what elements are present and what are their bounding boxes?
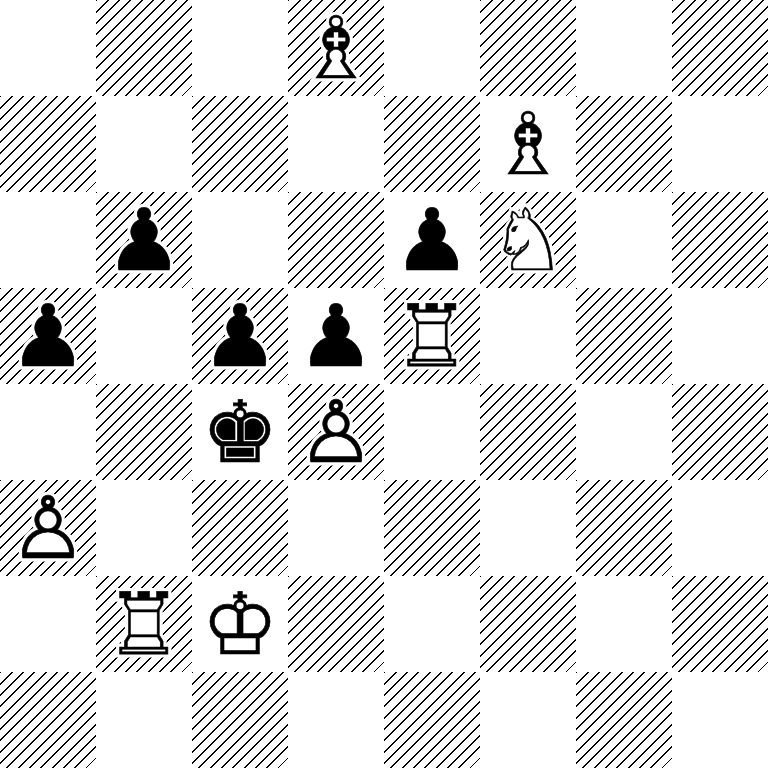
square-b6[interactable]: ♟♟ xyxy=(96,192,192,288)
square-a3[interactable]: ♟♙ xyxy=(0,480,96,576)
black-pawn-glyph: ♟ xyxy=(384,192,480,288)
black-king-glyph: ♚ xyxy=(192,384,288,480)
square-h4[interactable] xyxy=(672,384,768,480)
square-c3[interactable] xyxy=(192,480,288,576)
square-d6[interactable] xyxy=(288,192,384,288)
square-g1[interactable] xyxy=(576,672,672,768)
square-g7[interactable] xyxy=(576,96,672,192)
square-h6[interactable] xyxy=(672,192,768,288)
square-d5[interactable]: ♟♟ xyxy=(288,288,384,384)
chess-diagram: ♝♗♝♗♟♟♟♟♞♘♟♟♟♟♟♟♜♖♚♚♟♙♟♙♜♖♚♔ xyxy=(0,0,768,768)
black-pawn[interactable]: ♟♟ xyxy=(288,288,384,384)
square-b4[interactable] xyxy=(96,384,192,480)
black-pawn-glyph: ♟ xyxy=(192,288,288,384)
square-d2[interactable] xyxy=(288,576,384,672)
square-f8[interactable] xyxy=(480,0,576,96)
square-a2[interactable] xyxy=(0,576,96,672)
square-f2[interactable] xyxy=(480,576,576,672)
square-c4[interactable]: ♚♚ xyxy=(192,384,288,480)
square-d1[interactable] xyxy=(288,672,384,768)
square-f3[interactable] xyxy=(480,480,576,576)
chess-board: ♝♗♝♗♟♟♟♟♞♘♟♟♟♟♟♟♜♖♚♚♟♙♟♙♜♖♚♔ xyxy=(0,0,768,768)
square-h3[interactable] xyxy=(672,480,768,576)
white-rook-glyph: ♖ xyxy=(384,288,480,384)
square-d3[interactable] xyxy=(288,480,384,576)
white-king-glyph: ♔ xyxy=(192,576,288,672)
white-bishop[interactable]: ♝♗ xyxy=(480,96,576,192)
white-knight-glyph: ♘ xyxy=(480,192,576,288)
square-f5[interactable] xyxy=(480,288,576,384)
square-b1[interactable] xyxy=(96,672,192,768)
white-bishop[interactable]: ♝♗ xyxy=(288,0,384,96)
square-a6[interactable] xyxy=(0,192,96,288)
square-a1[interactable] xyxy=(0,672,96,768)
square-a4[interactable] xyxy=(0,384,96,480)
square-g6[interactable] xyxy=(576,192,672,288)
square-h7[interactable] xyxy=(672,96,768,192)
square-b2[interactable]: ♜♖ xyxy=(96,576,192,672)
square-e7[interactable] xyxy=(384,96,480,192)
square-c6[interactable] xyxy=(192,192,288,288)
square-f7[interactable]: ♝♗ xyxy=(480,96,576,192)
black-pawn[interactable]: ♟♟ xyxy=(0,288,96,384)
white-rook[interactable]: ♜♖ xyxy=(384,288,480,384)
square-f1[interactable] xyxy=(480,672,576,768)
square-a7[interactable] xyxy=(0,96,96,192)
white-rook-glyph: ♖ xyxy=(96,576,192,672)
square-f4[interactable] xyxy=(480,384,576,480)
square-e5[interactable]: ♜♖ xyxy=(384,288,480,384)
square-c1[interactable] xyxy=(192,672,288,768)
square-h8[interactable] xyxy=(672,0,768,96)
square-b5[interactable] xyxy=(96,288,192,384)
square-h2[interactable] xyxy=(672,576,768,672)
square-e4[interactable] xyxy=(384,384,480,480)
square-a8[interactable] xyxy=(0,0,96,96)
black-pawn[interactable]: ♟♟ xyxy=(192,288,288,384)
square-g4[interactable] xyxy=(576,384,672,480)
square-c2[interactable]: ♚♔ xyxy=(192,576,288,672)
white-bishop-glyph: ♗ xyxy=(480,96,576,192)
white-rook[interactable]: ♜♖ xyxy=(96,576,192,672)
square-a5[interactable]: ♟♟ xyxy=(0,288,96,384)
square-h5[interactable] xyxy=(672,288,768,384)
square-g8[interactable] xyxy=(576,0,672,96)
square-d7[interactable] xyxy=(288,96,384,192)
white-pawn-glyph: ♙ xyxy=(0,480,96,576)
square-c7[interactable] xyxy=(192,96,288,192)
square-f6[interactable]: ♞♘ xyxy=(480,192,576,288)
white-knight[interactable]: ♞♘ xyxy=(480,192,576,288)
square-e8[interactable] xyxy=(384,0,480,96)
black-pawn-glyph: ♟ xyxy=(0,288,96,384)
black-pawn-glyph: ♟ xyxy=(96,192,192,288)
square-g5[interactable] xyxy=(576,288,672,384)
square-e3[interactable] xyxy=(384,480,480,576)
square-d4[interactable]: ♟♙ xyxy=(288,384,384,480)
white-pawn[interactable]: ♟♙ xyxy=(0,480,96,576)
white-bishop-glyph: ♗ xyxy=(288,0,384,96)
square-g2[interactable] xyxy=(576,576,672,672)
square-g3[interactable] xyxy=(576,480,672,576)
black-pawn[interactable]: ♟♟ xyxy=(384,192,480,288)
black-king[interactable]: ♚♚ xyxy=(192,384,288,480)
white-king[interactable]: ♚♔ xyxy=(192,576,288,672)
square-c5[interactable]: ♟♟ xyxy=(192,288,288,384)
black-pawn[interactable]: ♟♟ xyxy=(96,192,192,288)
square-d8[interactable]: ♝♗ xyxy=(288,0,384,96)
square-e6[interactable]: ♟♟ xyxy=(384,192,480,288)
square-h1[interactable] xyxy=(672,672,768,768)
square-c8[interactable] xyxy=(192,0,288,96)
square-e1[interactable] xyxy=(384,672,480,768)
square-e2[interactable] xyxy=(384,576,480,672)
white-pawn[interactable]: ♟♙ xyxy=(288,384,384,480)
black-pawn-glyph: ♟ xyxy=(288,288,384,384)
square-b7[interactable] xyxy=(96,96,192,192)
square-b3[interactable] xyxy=(96,480,192,576)
square-b8[interactable] xyxy=(96,0,192,96)
white-pawn-glyph: ♙ xyxy=(288,384,384,480)
